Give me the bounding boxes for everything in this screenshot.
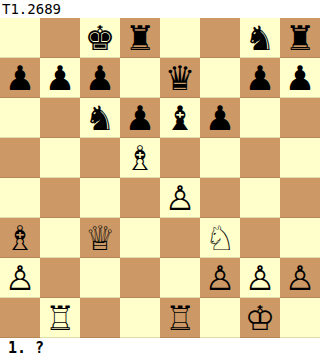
square-h2[interactable]: ♙ [280,258,320,298]
square-c7[interactable]: ♟ [80,58,120,98]
puzzle-id: T1.2689 [0,0,320,18]
square-h8[interactable]: ♜ [280,18,320,58]
white-knight: ♘ [205,218,235,258]
white-bishop: ♗ [125,138,155,178]
square-e2[interactable] [160,258,200,298]
square-c4[interactable] [80,178,120,218]
chess-puzzle-page: T1.2689 ♚♜♞♜♟♟♟♛♟♟♞♟♝♟♗♙♗♕♘♙♙♙♙♖♖♔ 1. ? [0,0,320,360]
square-d2[interactable] [120,258,160,298]
square-a2[interactable]: ♙ [0,258,40,298]
white-pawn: ♙ [205,258,235,298]
white-rook: ♖ [45,298,75,338]
square-b4[interactable] [40,178,80,218]
square-c2[interactable] [80,258,120,298]
square-a4[interactable] [0,178,40,218]
square-g7[interactable]: ♟ [240,58,280,98]
square-a3[interactable]: ♗ [0,218,40,258]
square-e8[interactable] [160,18,200,58]
square-f2[interactable]: ♙ [200,258,240,298]
square-e1[interactable]: ♖ [160,298,200,338]
square-g8[interactable]: ♞ [240,18,280,58]
black-rook: ♜ [125,18,155,58]
square-e6[interactable]: ♝ [160,98,200,138]
square-a5[interactable] [0,138,40,178]
square-b8[interactable] [40,18,80,58]
square-b2[interactable] [40,258,80,298]
square-c3[interactable]: ♕ [80,218,120,258]
black-pawn: ♟ [205,98,235,138]
square-f1[interactable] [200,298,240,338]
square-d6[interactable]: ♟ [120,98,160,138]
move-prompt: 1. ? [0,338,320,360]
black-bishop: ♝ [165,98,195,138]
square-e5[interactable] [160,138,200,178]
black-pawn: ♟ [85,58,115,98]
square-b3[interactable] [40,218,80,258]
black-pawn: ♟ [125,98,155,138]
square-h6[interactable] [280,98,320,138]
square-a8[interactable] [0,18,40,58]
square-h5[interactable] [280,138,320,178]
white-king: ♔ [245,298,275,338]
white-pawn: ♙ [165,178,195,218]
square-f5[interactable] [200,138,240,178]
square-d8[interactable]: ♜ [120,18,160,58]
square-d5[interactable]: ♗ [120,138,160,178]
square-h3[interactable] [280,218,320,258]
square-a1[interactable] [0,298,40,338]
square-b7[interactable]: ♟ [40,58,80,98]
white-bishop: ♗ [5,218,35,258]
white-rook: ♖ [165,298,195,338]
square-e7[interactable]: ♛ [160,58,200,98]
square-g6[interactable] [240,98,280,138]
square-h1[interactable] [280,298,320,338]
square-a7[interactable]: ♟ [0,58,40,98]
square-e3[interactable] [160,218,200,258]
black-king: ♚ [85,18,115,58]
square-e4[interactable]: ♙ [160,178,200,218]
square-g5[interactable] [240,138,280,178]
square-f8[interactable] [200,18,240,58]
square-d7[interactable] [120,58,160,98]
square-a6[interactable] [0,98,40,138]
square-f3[interactable]: ♘ [200,218,240,258]
square-g2[interactable]: ♙ [240,258,280,298]
white-pawn: ♙ [245,258,275,298]
square-b5[interactable] [40,138,80,178]
black-rook: ♜ [285,18,315,58]
white-pawn: ♙ [5,258,35,298]
square-g1[interactable]: ♔ [240,298,280,338]
square-b6[interactable] [40,98,80,138]
black-pawn: ♟ [45,58,75,98]
chess-board: ♚♜♞♜♟♟♟♛♟♟♞♟♝♟♗♙♗♕♘♙♙♙♙♖♖♔ [0,18,320,338]
square-g4[interactable] [240,178,280,218]
black-knight: ♞ [245,18,275,58]
square-h7[interactable]: ♟ [280,58,320,98]
square-d3[interactable] [120,218,160,258]
white-pawn: ♙ [285,258,315,298]
square-f6[interactable]: ♟ [200,98,240,138]
black-knight: ♞ [85,98,115,138]
black-pawn: ♟ [245,58,275,98]
white-queen: ♕ [85,218,115,258]
square-d1[interactable] [120,298,160,338]
black-queen: ♛ [165,58,195,98]
square-f7[interactable] [200,58,240,98]
square-f4[interactable] [200,178,240,218]
square-b1[interactable]: ♖ [40,298,80,338]
square-c8[interactable]: ♚ [80,18,120,58]
square-c6[interactable]: ♞ [80,98,120,138]
square-c5[interactable] [80,138,120,178]
square-d4[interactable] [120,178,160,218]
square-g3[interactable] [240,218,280,258]
square-c1[interactable] [80,298,120,338]
black-pawn: ♟ [285,58,315,98]
square-h4[interactable] [280,178,320,218]
black-pawn: ♟ [5,58,35,98]
